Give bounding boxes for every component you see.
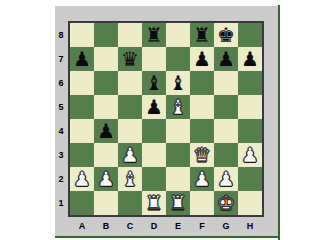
square-f8[interactable]: ♜: [190, 23, 214, 47]
square-e8[interactable]: [166, 23, 190, 47]
square-d1[interactable]: ♜: [142, 191, 166, 215]
square-g5[interactable]: [214, 95, 238, 119]
piece-white-rook-e1[interactable]: ♜: [169, 191, 187, 215]
rank-label-8: 8: [55, 23, 67, 47]
rank-label-4: 4: [55, 119, 67, 143]
file-labels: ABCDEFGH: [70, 220, 262, 232]
square-h2[interactable]: [238, 167, 262, 191]
square-e1[interactable]: ♜: [166, 191, 190, 215]
piece-black-queen-c7[interactable]: ♛: [121, 47, 139, 71]
file-label-h: H: [238, 220, 262, 232]
file-label-e: E: [166, 220, 190, 232]
square-c8[interactable]: [118, 23, 142, 47]
piece-white-pawn-h3[interactable]: ♟: [241, 143, 259, 167]
square-e2[interactable]: [166, 167, 190, 191]
square-e6[interactable]: ♝: [166, 71, 190, 95]
piece-white-rook-d1[interactable]: ♜: [145, 191, 163, 215]
square-b4[interactable]: ♟: [94, 119, 118, 143]
piece-black-pawn-d5[interactable]: ♟: [145, 95, 163, 119]
square-h5[interactable]: [238, 95, 262, 119]
square-c2[interactable]: ♝: [118, 167, 142, 191]
board-grid: ♜♜♚♟♛♟♟♟♝♝♟♝♟♟♛♟♟♟♝♟♟♜♜♚: [68, 21, 264, 217]
square-d8[interactable]: ♜: [142, 23, 166, 47]
square-b2[interactable]: ♟: [94, 167, 118, 191]
square-a1[interactable]: [70, 191, 94, 215]
rank-label-2: 2: [55, 167, 67, 191]
piece-white-pawn-g2[interactable]: ♟: [217, 167, 235, 191]
square-d6[interactable]: ♝: [142, 71, 166, 95]
file-label-f: F: [190, 220, 214, 232]
square-h4[interactable]: [238, 119, 262, 143]
piece-black-pawn-g7[interactable]: ♟: [217, 47, 235, 71]
piece-black-bishop-d6[interactable]: ♝: [145, 71, 163, 95]
chess-app-window: 87654321 ♜♜♚♟♛♟♟♟♝♝♟♝♟♟♛♟♟♟♝♟♟♜♜♚ ABCDEF…: [0, 0, 320, 240]
square-f4[interactable]: [190, 119, 214, 143]
square-c5[interactable]: [118, 95, 142, 119]
square-b7[interactable]: [94, 47, 118, 71]
square-a3[interactable]: [70, 143, 94, 167]
square-b8[interactable]: [94, 23, 118, 47]
square-h6[interactable]: [238, 71, 262, 95]
square-d2[interactable]: [142, 167, 166, 191]
piece-black-pawn-h7[interactable]: ♟: [241, 47, 259, 71]
square-h1[interactable]: [238, 191, 262, 215]
square-f6[interactable]: [190, 71, 214, 95]
square-f7[interactable]: ♟: [190, 47, 214, 71]
square-a7[interactable]: ♟: [70, 47, 94, 71]
green-edge-horizontal: [55, 236, 280, 238]
square-c3[interactable]: ♟: [118, 143, 142, 167]
rank-label-6: 6: [55, 71, 67, 95]
square-a4[interactable]: [70, 119, 94, 143]
square-f5[interactable]: [190, 95, 214, 119]
file-label-b: B: [94, 220, 118, 232]
square-g3[interactable]: [214, 143, 238, 167]
piece-white-king-g1[interactable]: ♚: [217, 191, 235, 215]
square-c1[interactable]: [118, 191, 142, 215]
square-b5[interactable]: [94, 95, 118, 119]
square-d5[interactable]: ♟: [142, 95, 166, 119]
square-e7[interactable]: [166, 47, 190, 71]
piece-black-king-g8[interactable]: ♚: [217, 23, 235, 47]
square-a6[interactable]: [70, 71, 94, 95]
file-label-a: A: [70, 220, 94, 232]
square-e3[interactable]: [166, 143, 190, 167]
piece-black-pawn-a7[interactable]: ♟: [73, 47, 91, 71]
square-g1[interactable]: ♚: [214, 191, 238, 215]
piece-black-rook-f8[interactable]: ♜: [193, 23, 211, 47]
rank-label-7: 7: [55, 47, 67, 71]
square-h3[interactable]: ♟: [238, 143, 262, 167]
piece-black-rook-d8[interactable]: ♜: [145, 23, 163, 47]
piece-black-bishop-e6[interactable]: ♝: [169, 71, 187, 95]
square-e4[interactable]: [166, 119, 190, 143]
file-label-c: C: [118, 220, 142, 232]
square-d7[interactable]: [142, 47, 166, 71]
rank-label-5: 5: [55, 95, 67, 119]
square-g6[interactable]: [214, 71, 238, 95]
piece-white-pawn-a2[interactable]: ♟: [73, 167, 91, 191]
piece-white-bishop-e5[interactable]: ♝: [169, 95, 187, 119]
piece-white-bishop-c2[interactable]: ♝: [121, 167, 139, 191]
square-g2[interactable]: ♟: [214, 167, 238, 191]
piece-white-pawn-f2[interactable]: ♟: [193, 167, 211, 191]
square-a8[interactable]: [70, 23, 94, 47]
green-edge-vertical: [278, 5, 280, 240]
rank-labels: 87654321: [55, 23, 67, 215]
square-d4[interactable]: [142, 119, 166, 143]
file-label-g: G: [214, 220, 238, 232]
square-g7[interactable]: ♟: [214, 47, 238, 71]
piece-white-pawn-b2[interactable]: ♟: [97, 167, 115, 191]
square-f2[interactable]: ♟: [190, 167, 214, 191]
rank-label-1: 1: [55, 191, 67, 215]
square-d3[interactable]: [142, 143, 166, 167]
square-a2[interactable]: ♟: [70, 167, 94, 191]
rank-label-3: 3: [55, 143, 67, 167]
square-g8[interactable]: ♚: [214, 23, 238, 47]
piece-black-pawn-b4[interactable]: ♟: [97, 119, 115, 143]
square-b3[interactable]: [94, 143, 118, 167]
square-b6[interactable]: [94, 71, 118, 95]
square-f3[interactable]: ♛: [190, 143, 214, 167]
square-a5[interactable]: [70, 95, 94, 119]
square-b1[interactable]: [94, 191, 118, 215]
piece-black-pawn-f7[interactable]: ♟: [193, 47, 211, 71]
square-c6[interactable]: [118, 71, 142, 95]
square-g4[interactable]: [214, 119, 238, 143]
square-e5[interactable]: ♝: [166, 95, 190, 119]
file-label-d: D: [142, 220, 166, 232]
square-h7[interactable]: ♟: [238, 47, 262, 71]
square-c4[interactable]: [118, 119, 142, 143]
square-h8[interactable]: [238, 23, 262, 47]
piece-white-pawn-c3[interactable]: ♟: [121, 143, 139, 167]
piece-white-queen-f3[interactable]: ♛: [193, 143, 211, 167]
square-c7[interactable]: ♛: [118, 47, 142, 71]
square-f1[interactable]: [190, 191, 214, 215]
